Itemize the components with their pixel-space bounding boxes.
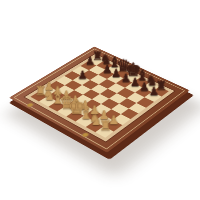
- queen-glyph: ♛: [116, 58, 131, 74]
- square-b8: ♞: [97, 61, 113, 70]
- bishop-glyph: ♝: [136, 68, 149, 83]
- king-glyph: ♚: [125, 60, 142, 78]
- pawn-glyph: ♟: [111, 68, 121, 79]
- square-e7: ♟: [116, 78, 133, 88]
- knight-glyph: ♞: [100, 53, 112, 66]
- square-d7: ♟: [107, 74, 124, 83]
- square-a8: ♜: [88, 57, 104, 66]
- square-b6: [81, 70, 98, 79]
- square-f7: ♟: [125, 83, 142, 93]
- square-a7: ♟: [80, 61, 96, 70]
- square-c5: [82, 80, 99, 90]
- square-c6: [90, 75, 107, 84]
- rook-glyph: ♜: [99, 118, 112, 132]
- pawn-glyph: ♟: [149, 86, 159, 98]
- square-d8: ♛: [114, 69, 131, 78]
- square-f6: [117, 88, 134, 98]
- square-f8: ♝: [133, 78, 150, 88]
- chess-set-scene: ♜♟♟♜♞♟♟♞♝♟♟♝♛♟♟♛♚♟♟♚♝♟♟♝♞♟♟♞♜♟♟♜: [0, 0, 200, 200]
- chess-board: ♜♟♟♜♞♟♟♞♝♟♟♝♛♟♟♛♚♟♟♚♝♟♟♝♞♟♟♞♜♟♟♜: [9, 47, 190, 153]
- square-c8: ♝: [105, 65, 121, 74]
- square-a5: [64, 71, 81, 80]
- board-grid: ♜♟♟♜♞♟♟♞♝♟♟♝♛♟♟♛♚♟♟♚♝♟♟♝♞♟♟♞♜♟♟♜: [30, 57, 168, 138]
- square-c7: ♟: [98, 70, 115, 79]
- rook-glyph: ♜: [92, 49, 103, 61]
- square-e6: [108, 83, 125, 93]
- maple-border: ♜♟♟♜♞♟♟♞♝♟♟♝♛♟♟♛♚♟♟♚♝♟♟♝♞♟♟♞♜♟♟♜: [25, 54, 175, 142]
- square-b5: ♟: [73, 75, 90, 84]
- pawn-glyph: ♟: [120, 72, 130, 83]
- square-e8: ♚: [123, 73, 140, 82]
- square-b7: [89, 66, 105, 75]
- square-d5: [91, 84, 108, 94]
- pawn-glyph: ♟: [85, 56, 95, 67]
- square-d6: [99, 79, 116, 89]
- pawn-glyph: ♟: [130, 77, 140, 88]
- pawn-glyph: ♟: [102, 64, 112, 75]
- pawn-glyph: ♟: [77, 69, 87, 80]
- square-a6: [72, 66, 89, 75]
- bishop-glyph: ♝: [108, 56, 121, 70]
- photo-background: ♜♟♟♜♞♟♟♞♝♟♟♝♛♟♟♛♚♟♟♚♝♟♟♝♞♟♟♞♜♟♟♜: [0, 0, 200, 200]
